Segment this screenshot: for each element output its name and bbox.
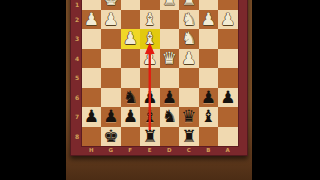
letterbox-right xyxy=(252,0,320,180)
arrow-head xyxy=(145,43,155,55)
move-arrow xyxy=(71,0,249,157)
letterbox-left xyxy=(0,0,66,180)
chess-board-frame: ♚♜♜♟♟♝♞♟♟♟♝♞♟♛♟♞♟♟♟♟♟♟♟♝♞♛♝♚♜♜ 12345678H… xyxy=(70,0,248,156)
video-content-area: ♚♜♜♟♟♝♞♟♟♟♝♞♟♛♟♞♟♟♟♟♟♟♟♝♞♛♝♚♜♜ 12345678H… xyxy=(66,0,252,180)
